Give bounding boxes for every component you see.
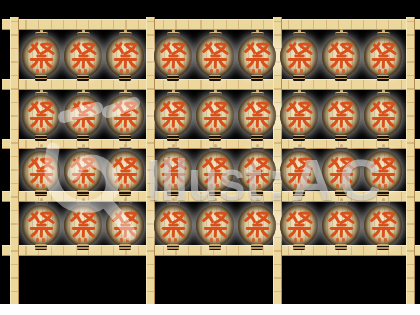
lantern bbox=[153, 89, 193, 141]
lantern-body bbox=[22, 151, 60, 192]
red-signature-marks bbox=[210, 128, 213, 132]
vertical-post bbox=[10, 17, 19, 304]
lantern bbox=[105, 198, 145, 250]
lantern bbox=[63, 198, 103, 250]
lantern-body bbox=[106, 205, 144, 246]
lantern-bottom-cap bbox=[377, 135, 389, 141]
matsuri-kanji bbox=[28, 100, 55, 128]
lantern-bottom-cap bbox=[209, 75, 221, 81]
red-signature-marks bbox=[78, 128, 81, 132]
lantern-bottom-cap bbox=[335, 75, 347, 81]
lantern-body bbox=[364, 36, 402, 77]
lantern-bottom-cap bbox=[77, 244, 89, 250]
lantern bbox=[237, 89, 277, 141]
lantern-body bbox=[280, 151, 318, 192]
lantern bbox=[363, 144, 403, 196]
lantern-bottom-cap bbox=[209, 244, 221, 250]
lantern-body bbox=[322, 205, 360, 246]
lantern-bottom-cap bbox=[293, 190, 305, 196]
lantern-bottom-cap bbox=[377, 75, 389, 81]
lantern-bottom-cap bbox=[35, 190, 47, 196]
matsuri-kanji bbox=[112, 100, 139, 128]
lantern bbox=[195, 144, 235, 196]
lantern-bottom-cap bbox=[293, 75, 305, 81]
red-signature-marks bbox=[336, 69, 339, 73]
lantern-body bbox=[22, 205, 60, 246]
lantern bbox=[237, 198, 277, 250]
red-signature-marks bbox=[378, 128, 381, 132]
lantern-body bbox=[196, 36, 234, 77]
lantern bbox=[237, 144, 277, 196]
lantern-body bbox=[364, 205, 402, 246]
matsuri-kanji bbox=[160, 100, 187, 128]
lantern-bottom-cap bbox=[119, 244, 131, 250]
lantern bbox=[21, 29, 61, 81]
red-signature-marks bbox=[36, 128, 39, 132]
illustration-canvas: Illust : AC bbox=[0, 0, 420, 315]
matsuri-kanji bbox=[70, 156, 97, 184]
lantern-body bbox=[154, 95, 192, 136]
lantern-body bbox=[196, 95, 234, 136]
lantern bbox=[363, 89, 403, 141]
lantern-bottom-cap bbox=[35, 75, 47, 81]
matsuri-kanji bbox=[112, 210, 139, 238]
red-signature-marks bbox=[336, 128, 339, 132]
red-signature-marks bbox=[252, 69, 255, 73]
matsuri-kanji bbox=[370, 210, 397, 238]
lantern-body bbox=[238, 36, 276, 77]
lantern bbox=[321, 89, 361, 141]
lantern bbox=[105, 89, 145, 141]
lantern-body bbox=[364, 151, 402, 192]
red-signature-marks bbox=[78, 69, 81, 73]
lantern-bottom-cap bbox=[251, 75, 263, 81]
red-signature-marks bbox=[252, 184, 255, 188]
red-signature-marks bbox=[378, 69, 381, 73]
matsuri-kanji bbox=[328, 100, 355, 128]
red-signature-marks bbox=[294, 69, 297, 73]
lantern-body bbox=[280, 95, 318, 136]
lantern bbox=[105, 29, 145, 81]
matsuri-kanji bbox=[244, 41, 271, 69]
lantern bbox=[63, 89, 103, 141]
lantern-bottom-cap bbox=[335, 244, 347, 250]
lantern-bottom-cap bbox=[377, 190, 389, 196]
lantern bbox=[321, 198, 361, 250]
lantern-body bbox=[64, 36, 102, 77]
lantern-body bbox=[238, 151, 276, 192]
lantern-bottom-cap bbox=[209, 135, 221, 141]
lantern-bottom-cap bbox=[77, 190, 89, 196]
lantern-body bbox=[322, 151, 360, 192]
lantern bbox=[321, 144, 361, 196]
matsuri-kanji bbox=[370, 100, 397, 128]
lantern-body bbox=[154, 205, 192, 246]
lantern bbox=[279, 144, 319, 196]
matsuri-kanji bbox=[202, 210, 229, 238]
red-signature-marks bbox=[252, 238, 255, 242]
matsuri-kanji bbox=[160, 210, 187, 238]
red-signature-marks bbox=[78, 184, 81, 188]
lantern bbox=[21, 89, 61, 141]
lantern-body bbox=[22, 36, 60, 77]
lantern-body bbox=[280, 205, 318, 246]
matsuri-kanji bbox=[28, 156, 55, 184]
lantern bbox=[153, 198, 193, 250]
lantern-bottom-cap bbox=[251, 135, 263, 141]
lantern-body bbox=[196, 205, 234, 246]
red-signature-marks bbox=[120, 128, 123, 132]
matsuri-kanji bbox=[70, 100, 97, 128]
lantern-body bbox=[106, 151, 144, 192]
red-signature-marks bbox=[336, 184, 339, 188]
lantern bbox=[363, 29, 403, 81]
lantern bbox=[321, 29, 361, 81]
lantern bbox=[195, 29, 235, 81]
red-signature-marks bbox=[336, 238, 339, 242]
lantern bbox=[195, 89, 235, 141]
lantern-bottom-cap bbox=[293, 244, 305, 250]
lantern-body bbox=[322, 36, 360, 77]
lantern-bottom-cap bbox=[77, 135, 89, 141]
matsuri-kanji bbox=[202, 156, 229, 184]
lantern-body bbox=[64, 151, 102, 192]
lantern-bottom-cap bbox=[335, 190, 347, 196]
lantern-bottom-cap bbox=[119, 75, 131, 81]
lantern-body bbox=[106, 36, 144, 77]
lantern-body bbox=[322, 95, 360, 136]
red-signature-marks bbox=[378, 238, 381, 242]
lantern bbox=[279, 89, 319, 141]
lantern-bottom-cap bbox=[119, 190, 131, 196]
lantern-body bbox=[64, 205, 102, 246]
lantern-bottom-cap bbox=[167, 244, 179, 250]
matsuri-kanji bbox=[28, 41, 55, 69]
lantern-bottom-cap bbox=[167, 190, 179, 196]
red-signature-marks bbox=[168, 238, 171, 242]
matsuri-kanji bbox=[328, 41, 355, 69]
lantern-bottom-cap bbox=[167, 75, 179, 81]
red-signature-marks bbox=[210, 238, 213, 242]
lantern-body bbox=[22, 95, 60, 136]
matsuri-kanji bbox=[202, 100, 229, 128]
lantern-body bbox=[280, 36, 318, 77]
lantern bbox=[237, 29, 277, 81]
lantern bbox=[63, 29, 103, 81]
lantern-bottom-cap bbox=[293, 135, 305, 141]
matsuri-kanji bbox=[202, 41, 229, 69]
lantern bbox=[21, 144, 61, 196]
lantern-body bbox=[154, 151, 192, 192]
red-signature-marks bbox=[78, 238, 81, 242]
matsuri-kanji bbox=[160, 41, 187, 69]
matsuri-kanji bbox=[370, 156, 397, 184]
lantern bbox=[21, 198, 61, 250]
matsuri-kanji bbox=[328, 156, 355, 184]
red-signature-marks bbox=[252, 128, 255, 132]
lantern-bottom-cap bbox=[209, 190, 221, 196]
matsuri-kanji bbox=[286, 100, 313, 128]
lantern-body bbox=[196, 151, 234, 192]
lantern-body bbox=[238, 95, 276, 136]
red-signature-marks bbox=[378, 184, 381, 188]
lantern-bottom-cap bbox=[119, 135, 131, 141]
lantern-bottom-cap bbox=[377, 244, 389, 250]
red-signature-marks bbox=[210, 69, 213, 73]
matsuri-kanji bbox=[328, 210, 355, 238]
lantern-body bbox=[238, 205, 276, 246]
red-signature-marks bbox=[120, 238, 123, 242]
lantern bbox=[153, 144, 193, 196]
matsuri-kanji bbox=[244, 210, 271, 238]
lantern bbox=[153, 29, 193, 81]
lantern-bottom-cap bbox=[35, 135, 47, 141]
lantern-bottom-cap bbox=[167, 135, 179, 141]
matsuri-kanji bbox=[70, 210, 97, 238]
lantern-body bbox=[106, 95, 144, 136]
horizontal-beam bbox=[2, 19, 420, 30]
matsuri-kanji bbox=[244, 100, 271, 128]
matsuri-kanji bbox=[28, 210, 55, 238]
matsuri-kanji bbox=[244, 156, 271, 184]
matsuri-kanji bbox=[112, 156, 139, 184]
lantern-bottom-cap bbox=[335, 135, 347, 141]
lantern bbox=[63, 144, 103, 196]
vertical-post bbox=[406, 17, 415, 304]
matsuri-kanji bbox=[160, 156, 187, 184]
lantern bbox=[279, 198, 319, 250]
matsuri-kanji bbox=[370, 41, 397, 69]
red-signature-marks bbox=[294, 184, 297, 188]
matsuri-kanji bbox=[112, 41, 139, 69]
red-signature-marks bbox=[168, 69, 171, 73]
red-signature-marks bbox=[294, 238, 297, 242]
lantern-bottom-cap bbox=[251, 190, 263, 196]
red-signature-marks bbox=[120, 69, 123, 73]
lantern bbox=[195, 198, 235, 250]
red-signature-marks bbox=[36, 184, 39, 188]
lantern bbox=[105, 144, 145, 196]
red-signature-marks bbox=[168, 128, 171, 132]
red-signature-marks bbox=[168, 184, 171, 188]
lantern-bottom-cap bbox=[77, 75, 89, 81]
lantern-bottom-cap bbox=[35, 244, 47, 250]
red-signature-marks bbox=[210, 184, 213, 188]
red-signature-marks bbox=[120, 184, 123, 188]
lantern bbox=[363, 198, 403, 250]
lantern-body bbox=[64, 95, 102, 136]
matsuri-kanji bbox=[286, 156, 313, 184]
bottom-white-margin bbox=[0, 304, 420, 315]
matsuri-kanji bbox=[286, 41, 313, 69]
matsuri-kanji bbox=[70, 41, 97, 69]
lantern bbox=[279, 29, 319, 81]
red-signature-marks bbox=[36, 69, 39, 73]
red-signature-marks bbox=[294, 128, 297, 132]
lantern-bottom-cap bbox=[251, 244, 263, 250]
lantern-body bbox=[154, 36, 192, 77]
lantern-body bbox=[364, 95, 402, 136]
matsuri-kanji bbox=[286, 210, 313, 238]
red-signature-marks bbox=[36, 238, 39, 242]
